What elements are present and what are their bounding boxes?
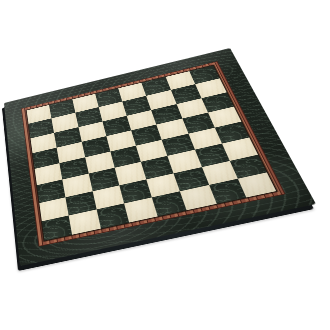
product-photo <box>0 0 330 330</box>
chess-board <box>4 48 316 266</box>
board-squares <box>27 65 277 240</box>
